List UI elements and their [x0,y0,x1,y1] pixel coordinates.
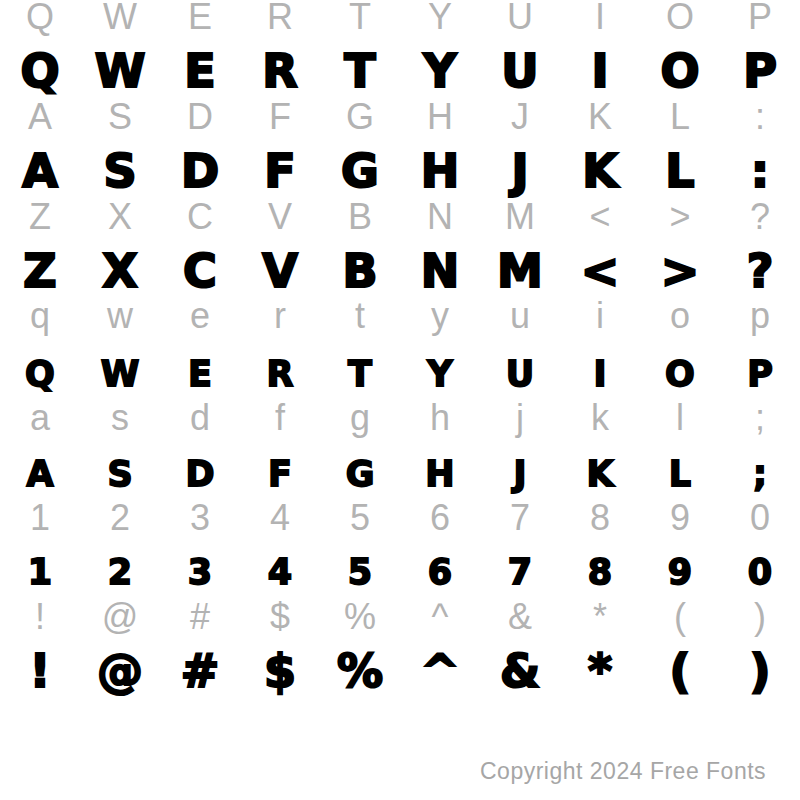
reference-char-cell: i [596,298,604,334]
reference-char-cell: e [190,298,210,334]
specimen-row-symbols: !@#$%^&*() [0,641,800,701]
reference-char-cell: h [430,400,450,436]
reference-char-cell: D [187,99,213,135]
specimen-char-cell: A [26,457,53,492]
reference-char-cell: X [108,199,132,235]
reference-char-cell: r [274,298,286,334]
specimen-char-cell: R [267,357,294,392]
specimen-char-cell: % [337,648,383,694]
reference-row-zxcvbnm-upper: ZXCVBNM<>? [0,187,800,247]
specimen-char-cell: W [101,357,140,392]
specimen-char-cell: 9 [668,555,692,590]
specimen-char-cell: 7 [508,555,532,590]
specimen-char-cell: S [107,457,132,492]
reference-char-cell: W [103,0,137,35]
specimen-char-cell: U [506,357,534,392]
reference-char-cell: Q [26,0,54,35]
specimen-char-cell: Y [427,357,452,392]
specimen-char-cell: E [188,357,212,392]
specimen-char-cell: ) [749,648,770,694]
reference-char-cell: K [588,99,612,135]
reference-char-cell: : [755,99,765,135]
reference-char-cell: S [108,99,132,135]
reference-char-cell: & [508,599,532,635]
specimen-char-cell: T [348,357,372,392]
reference-char-cell: 2 [110,500,130,536]
specimen-char-cell: I [593,357,606,392]
reference-char-cell: * [593,599,607,635]
specimen-char-cell: ( [669,648,690,694]
reference-row-qwertyuiop-lower: qwertyuiop [0,286,800,346]
specimen-char-cell: 8 [588,555,612,590]
specimen-char-cell: P [747,357,773,392]
specimen-char-cell: 3 [188,555,212,590]
character-map: QWERTYUIOP QWERTYUIOP ASDFGHJKL: ASDFGHJ… [0,0,800,800]
reference-char-cell: # [190,599,210,635]
specimen-char-cell: K [586,457,613,492]
reference-char-cell: H [427,99,453,135]
reference-char-cell: G [346,99,374,135]
reference-char-cell: ( [674,599,686,635]
specimen-char-cell: 5 [348,555,372,590]
reference-char-cell: @ [102,599,139,635]
reference-char-cell: f [275,400,285,436]
reference-char-cell: C [187,199,213,235]
reference-char-cell: u [510,298,530,334]
reference-char-cell: L [670,99,690,135]
reference-char-cell: 4 [270,500,290,536]
specimen-char-cell: L [669,457,691,492]
reference-char-cell: 0 [750,500,770,536]
reference-row-digits: 1234567890 [0,488,800,548]
reference-char-cell: U [507,0,533,35]
reference-row-asdfghjkl-upper: ASDFGHJKL: [0,87,800,147]
specimen-char-cell: J [513,457,526,492]
reference-char-cell: q [30,298,50,334]
specimen-char-cell: 0 [748,555,772,590]
reference-char-cell: > [669,199,690,235]
specimen-char-cell: * [588,648,612,694]
reference-char-cell: 1 [30,500,50,536]
specimen-char-cell: & [500,648,540,694]
specimen-char-cell: 1 [28,555,52,590]
specimen-char-cell: H [425,457,454,492]
reference-char-cell: N [427,199,453,235]
reference-char-cell: ) [754,599,766,635]
reference-char-cell: s [111,400,129,436]
reference-char-cell: k [591,400,609,436]
reference-char-cell: A [28,99,52,135]
reference-char-cell: y [431,298,449,334]
copyright-text: Copyright 2024 Free Fonts [480,758,766,785]
reference-char-cell: < [589,199,610,235]
reference-char-cell: j [516,400,524,436]
reference-char-cell: I [595,0,605,35]
specimen-char-cell: G [346,457,375,492]
specimen-char-cell: ^ [421,648,460,694]
reference-char-cell: p [750,298,770,334]
specimen-char-cell: 2 [108,555,132,590]
reference-char-cell: F [269,99,291,135]
reference-char-cell: B [348,199,372,235]
reference-char-cell: Z [29,199,51,235]
reference-char-cell: % [344,599,376,635]
reference-char-cell: 5 [350,500,370,536]
reference-char-cell: 8 [590,500,610,536]
reference-char-cell: w [107,298,133,334]
reference-char-cell: E [188,0,212,35]
reference-char-cell: M [505,199,535,235]
specimen-char-cell: D [185,457,214,492]
reference-char-cell: ! [35,599,45,635]
reference-char-cell: O [666,0,694,35]
reference-char-cell: a [30,400,50,436]
reference-char-cell: ^ [432,599,449,635]
specimen-char-cell: $ [264,648,296,694]
reference-row-qwertyuiop-upper: QWERTYUIOP [0,0,800,47]
specimen-char-cell: ; [753,457,767,492]
reference-char-cell: 7 [510,500,530,536]
reference-char-cell: $ [270,599,290,635]
reference-char-cell: t [355,298,365,334]
reference-char-cell: R [267,0,293,35]
reference-char-cell: g [350,400,370,436]
reference-char-cell: l [676,400,684,436]
reference-row-symbols: !@#$%^&*() [0,587,800,647]
reference-char-cell: P [748,0,772,35]
reference-char-cell: Y [428,0,452,35]
specimen-char-cell: Q [25,357,55,392]
reference-char-cell: o [670,298,690,334]
reference-char-cell: T [349,0,371,35]
specimen-char-cell: F [268,457,292,492]
specimen-char-cell: ! [30,648,51,694]
reference-char-cell: ; [755,400,765,436]
specimen-char-cell: 6 [428,555,452,590]
reference-row-asdfghjkl-lower: asdfghjkl; [0,388,800,448]
specimen-char-cell: 4 [268,555,292,590]
reference-char-cell: d [190,400,210,436]
reference-char-cell: 3 [190,500,210,536]
specimen-char-cell: O [665,357,695,392]
specimen-char-cell: # [181,648,220,694]
reference-char-cell: J [511,99,529,135]
reference-char-cell: V [268,199,292,235]
reference-char-cell: ? [750,199,770,235]
reference-char-cell: 9 [670,500,690,536]
specimen-char-cell: @ [97,648,143,694]
reference-char-cell: 6 [430,500,450,536]
